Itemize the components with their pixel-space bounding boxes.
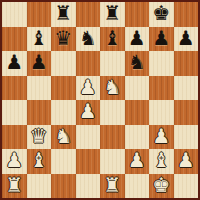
black-pawn-b6[interactable]: ♟ <box>30 52 48 72</box>
square-c3[interactable]: ♞ <box>51 125 76 150</box>
square-g8[interactable]: ♚ <box>149 2 174 27</box>
square-c1[interactable] <box>51 174 76 199</box>
square-b5[interactable] <box>27 76 52 101</box>
white-pawn-d5[interactable]: ♟ <box>79 77 97 97</box>
square-b2[interactable]: ♝ <box>27 149 52 174</box>
white-knight-c3[interactable]: ♞ <box>54 126 72 146</box>
square-a8[interactable] <box>2 2 27 27</box>
white-bishop-b2[interactable]: ♝ <box>30 150 48 170</box>
square-e1[interactable]: ♜ <box>100 174 125 199</box>
square-d4[interactable]: ♟ <box>76 100 101 125</box>
square-d3[interactable] <box>76 125 101 150</box>
square-d6[interactable] <box>76 51 101 76</box>
black-bishop-e7[interactable]: ♝ <box>103 28 121 48</box>
square-h4[interactable] <box>174 100 199 125</box>
square-d5[interactable]: ♟ <box>76 76 101 101</box>
square-a3[interactable] <box>2 125 27 150</box>
black-pawn-h7[interactable]: ♟ <box>177 28 195 48</box>
square-f7[interactable]: ♟ <box>125 27 150 52</box>
white-pawn-f2[interactable]: ♟ <box>128 150 146 170</box>
white-rook-a1[interactable]: ♜ <box>5 175 23 195</box>
square-c4[interactable] <box>51 100 76 125</box>
black-rook-e8[interactable]: ♜ <box>103 3 121 23</box>
square-e6[interactable] <box>100 51 125 76</box>
square-g1[interactable]: ♚ <box>149 174 174 199</box>
square-d7[interactable]: ♞ <box>76 27 101 52</box>
square-c6[interactable] <box>51 51 76 76</box>
square-g2[interactable]: ♝ <box>149 149 174 174</box>
square-h5[interactable] <box>174 76 199 101</box>
square-c2[interactable] <box>51 149 76 174</box>
square-g5[interactable] <box>149 76 174 101</box>
square-g4[interactable] <box>149 100 174 125</box>
square-e5[interactable]: ♞ <box>100 76 125 101</box>
square-c7[interactable]: ♛ <box>51 27 76 52</box>
square-d8[interactable] <box>76 2 101 27</box>
square-a6[interactable]: ♟ <box>2 51 27 76</box>
white-pawn-a2[interactable]: ♟ <box>5 150 23 170</box>
square-h7[interactable]: ♟ <box>174 27 199 52</box>
square-b4[interactable] <box>27 100 52 125</box>
square-a2[interactable]: ♟ <box>2 149 27 174</box>
black-bishop-b7[interactable]: ♝ <box>30 28 48 48</box>
chess-board: ♜♜♚♝♛♞♝♟♟♟♟♟♞♟♞♟♛♞♟♟♝♟♝♟♜♜♚ <box>2 2 198 198</box>
chess-board-frame: ♜♜♚♝♛♞♝♟♟♟♟♟♞♟♞♟♛♞♟♟♝♟♝♟♜♜♚ <box>0 0 200 200</box>
square-e3[interactable] <box>100 125 125 150</box>
square-a1[interactable]: ♜ <box>2 174 27 199</box>
white-king-g1[interactable]: ♚ <box>152 175 170 195</box>
square-h2[interactable]: ♟ <box>174 149 199 174</box>
square-d1[interactable] <box>76 174 101 199</box>
black-pawn-g7[interactable]: ♟ <box>152 28 170 48</box>
square-g7[interactable]: ♟ <box>149 27 174 52</box>
white-queen-b3[interactable]: ♛ <box>30 126 48 146</box>
square-h8[interactable] <box>174 2 199 27</box>
white-bishop-g2[interactable]: ♝ <box>152 150 170 170</box>
square-h6[interactable] <box>174 51 199 76</box>
square-e7[interactable]: ♝ <box>100 27 125 52</box>
black-knight-d7[interactable]: ♞ <box>79 28 97 48</box>
square-a4[interactable] <box>2 100 27 125</box>
white-pawn-g3[interactable]: ♟ <box>152 126 170 146</box>
black-king-g8[interactable]: ♚ <box>152 3 170 23</box>
square-e4[interactable] <box>100 100 125 125</box>
square-g6[interactable] <box>149 51 174 76</box>
black-queen-c7[interactable]: ♛ <box>54 28 72 48</box>
square-b7[interactable]: ♝ <box>27 27 52 52</box>
white-rook-e1[interactable]: ♜ <box>103 175 121 195</box>
square-b8[interactable] <box>27 2 52 27</box>
square-g3[interactable]: ♟ <box>149 125 174 150</box>
square-h1[interactable] <box>174 174 199 199</box>
square-f3[interactable] <box>125 125 150 150</box>
square-f1[interactable] <box>125 174 150 199</box>
square-a5[interactable] <box>2 76 27 101</box>
white-pawn-h2[interactable]: ♟ <box>177 150 195 170</box>
square-f8[interactable] <box>125 2 150 27</box>
square-e8[interactable]: ♜ <box>100 2 125 27</box>
white-knight-e5[interactable]: ♞ <box>103 77 121 97</box>
square-c5[interactable] <box>51 76 76 101</box>
square-e2[interactable] <box>100 149 125 174</box>
square-f2[interactable]: ♟ <box>125 149 150 174</box>
black-pawn-a6[interactable]: ♟ <box>5 52 23 72</box>
square-f6[interactable]: ♞ <box>125 51 150 76</box>
square-d2[interactable] <box>76 149 101 174</box>
black-pawn-f7[interactable]: ♟ <box>128 28 146 48</box>
square-b3[interactable]: ♛ <box>27 125 52 150</box>
square-b6[interactable]: ♟ <box>27 51 52 76</box>
black-knight-f6[interactable]: ♞ <box>128 52 146 72</box>
square-h3[interactable] <box>174 125 199 150</box>
black-rook-c8[interactable]: ♜ <box>54 3 72 23</box>
square-a7[interactable] <box>2 27 27 52</box>
square-c8[interactable]: ♜ <box>51 2 76 27</box>
white-pawn-d4[interactable]: ♟ <box>79 101 97 121</box>
square-f5[interactable] <box>125 76 150 101</box>
square-f4[interactable] <box>125 100 150 125</box>
square-b1[interactable] <box>27 174 52 199</box>
